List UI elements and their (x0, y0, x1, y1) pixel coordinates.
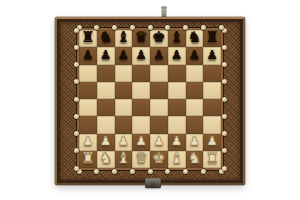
decorative-stud (222, 148, 227, 153)
piece-black-pawn: ♟ (100, 49, 111, 62)
decorative-stud (130, 25, 135, 30)
decorative-stud (222, 62, 227, 67)
decorative-stud (183, 25, 188, 30)
decorative-stud (201, 169, 206, 174)
piece-black-pawn: ♟ (153, 49, 164, 62)
square-c1[interactable]: ♝ (115, 151, 133, 168)
clasp-tab (150, 181, 156, 187)
square-g4[interactable] (186, 99, 204, 116)
square-h3[interactable] (203, 116, 221, 133)
piece-black-rook: ♜ (205, 30, 218, 45)
piece-white-pawn: ♟ (153, 135, 164, 148)
piece-white-knight: ♞ (99, 151, 112, 166)
square-f7[interactable]: ♟ (168, 47, 186, 64)
square-d3[interactable] (132, 116, 150, 133)
square-f3[interactable] (168, 116, 186, 133)
square-d5[interactable] (132, 82, 150, 99)
square-h5[interactable] (203, 82, 221, 99)
square-f1[interactable]: ♝ (168, 151, 186, 168)
decorative-stud (74, 131, 79, 136)
chess-box: ♜♞♝♛♚♝♞♜♟♟♟♟♟♟♟♟♟♟♟♟♟♟♟♟♜♞♝♛♚♝♞♜ (55, 17, 245, 185)
square-h1[interactable]: ♜ (203, 151, 221, 168)
piece-black-pawn: ♟ (136, 49, 147, 62)
piece-white-rook: ♜ (205, 151, 218, 166)
piece-black-pawn: ♟ (82, 49, 93, 62)
square-c6[interactable] (115, 65, 133, 82)
piece-white-bishop: ♝ (170, 151, 183, 166)
square-h6[interactable] (203, 65, 221, 82)
square-a8[interactable]: ♜ (79, 30, 97, 47)
square-a1[interactable]: ♜ (79, 151, 97, 168)
piece-black-bishop: ♝ (117, 30, 130, 45)
square-b3[interactable] (97, 116, 115, 133)
decorative-stud (74, 62, 79, 67)
piece-white-pawn: ♟ (118, 135, 129, 148)
square-d7[interactable]: ♟ (132, 47, 150, 64)
decorative-stud (112, 25, 117, 30)
clasp-latch (145, 178, 161, 188)
square-b5[interactable] (97, 82, 115, 99)
piece-white-pawn: ♟ (82, 135, 93, 148)
square-c3[interactable] (115, 116, 133, 133)
piece-white-pawn: ♟ (136, 135, 147, 148)
square-g8[interactable]: ♞ (186, 30, 204, 47)
square-g1[interactable]: ♞ (186, 151, 204, 168)
square-a3[interactable] (79, 116, 97, 133)
square-c4[interactable] (115, 99, 133, 116)
square-e4[interactable] (150, 99, 168, 116)
photo-background: ♜♞♝♛♚♝♞♜♟♟♟♟♟♟♟♟♟♟♟♟♟♟♟♟♜♞♝♛♚♝♞♜ (0, 0, 300, 200)
square-e1[interactable]: ♚ (150, 151, 168, 168)
square-b7[interactable]: ♟ (97, 47, 115, 64)
square-c8[interactable]: ♝ (115, 30, 133, 47)
square-a4[interactable] (79, 99, 97, 116)
piece-white-knight: ♞ (188, 151, 201, 166)
square-h7[interactable]: ♟ (203, 47, 221, 64)
square-e7[interactable]: ♟ (150, 47, 168, 64)
decorative-stud (219, 25, 224, 30)
decorative-stud (222, 131, 227, 136)
square-b1[interactable]: ♞ (97, 151, 115, 168)
decorative-stud (74, 97, 79, 102)
square-e6[interactable] (150, 65, 168, 82)
piece-black-bishop: ♝ (170, 30, 183, 45)
square-f8[interactable]: ♝ (168, 30, 186, 47)
piece-white-pawn: ♟ (100, 135, 111, 148)
decorative-stud (94, 25, 99, 30)
piece-white-queen: ♛ (134, 151, 147, 166)
board-groove: ♜♞♝♛♚♝♞♜♟♟♟♟♟♟♟♟♟♟♟♟♟♟♟♟♜♞♝♛♚♝♞♜ (76, 27, 224, 171)
decorative-stud (74, 45, 79, 50)
decorative-stud (74, 28, 79, 33)
square-e5[interactable] (150, 82, 168, 99)
board-ridge: ♜♞♝♛♚♝♞♜♟♟♟♟♟♟♟♟♟♟♟♟♟♟♟♟♜♞♝♛♚♝♞♜ (77, 28, 223, 170)
square-g5[interactable] (186, 82, 204, 99)
square-c5[interactable] (115, 82, 133, 99)
decorative-stud (183, 169, 188, 174)
piece-white-pawn: ♟ (171, 135, 182, 148)
decorative-stud (222, 114, 227, 119)
decorative-stud (74, 148, 79, 153)
decorative-stud (201, 25, 206, 30)
square-a7[interactable]: ♟ (79, 47, 97, 64)
piece-black-king: ♚ (152, 30, 165, 45)
piece-black-pawn: ♟ (171, 49, 182, 62)
decorative-stud (74, 166, 79, 171)
square-f5[interactable] (168, 82, 186, 99)
piece-white-pawn: ♟ (189, 135, 200, 148)
decorative-stud (94, 169, 99, 174)
decorative-stud (74, 79, 79, 84)
square-d1[interactable]: ♛ (132, 151, 150, 168)
square-f4[interactable] (168, 99, 186, 116)
frame-carved-band: ♜♞♝♛♚♝♞♜♟♟♟♟♟♟♟♟♟♟♟♟♟♟♟♟♜♞♝♛♚♝♞♜ (60, 22, 240, 180)
decorative-stud (130, 169, 135, 174)
square-d4[interactable] (132, 99, 150, 116)
square-g3[interactable] (186, 116, 204, 133)
square-h4[interactable] (203, 99, 221, 116)
piece-black-knight: ♞ (188, 30, 201, 45)
chess-board: ♜♞♝♛♚♝♞♜♟♟♟♟♟♟♟♟♟♟♟♟♟♟♟♟♜♞♝♛♚♝♞♜ (79, 30, 221, 168)
decorative-stud (74, 114, 79, 119)
piece-white-bishop: ♝ (117, 151, 130, 166)
piece-black-pawn: ♟ (207, 49, 218, 62)
square-e3[interactable] (150, 116, 168, 133)
square-a5[interactable] (79, 82, 97, 99)
square-b4[interactable] (97, 99, 115, 116)
square-b6[interactable] (97, 65, 115, 82)
square-c7[interactable]: ♟ (115, 47, 133, 64)
piece-white-pawn: ♟ (207, 135, 218, 148)
square-e8[interactable]: ♚ (150, 30, 168, 47)
square-b8[interactable]: ♞ (97, 30, 115, 47)
decorative-stud (165, 169, 170, 174)
square-g7[interactable]: ♟ (186, 47, 204, 64)
piece-black-rook: ♜ (81, 30, 94, 45)
decorative-stud (222, 97, 227, 102)
decorative-stud (112, 169, 117, 174)
piece-white-rook: ♜ (81, 151, 94, 166)
decorative-stud (165, 25, 170, 30)
square-g6[interactable] (186, 65, 204, 82)
decorative-stud (222, 45, 227, 50)
piece-black-pawn: ♟ (118, 49, 129, 62)
square-a6[interactable] (79, 65, 97, 82)
square-d8[interactable]: ♛ (132, 30, 150, 47)
piece-black-knight: ♞ (99, 30, 112, 45)
board-grid: ♜♞♝♛♚♝♞♜♟♟♟♟♟♟♟♟♟♟♟♟♟♟♟♟♜♞♝♛♚♝♞♜ (79, 30, 221, 168)
decorative-stud (148, 169, 153, 174)
piece-black-queen: ♛ (134, 30, 147, 45)
frame-dark-band: ♜♞♝♛♚♝♞♜♟♟♟♟♟♟♟♟♟♟♟♟♟♟♟♟♜♞♝♛♚♝♞♜ (57, 19, 243, 183)
square-h8[interactable]: ♜ (203, 30, 221, 47)
square-f6[interactable] (168, 65, 186, 82)
piece-white-king: ♚ (152, 151, 165, 166)
decorative-stud (222, 79, 227, 84)
decorative-stud (148, 25, 153, 30)
piece-black-pawn: ♟ (189, 49, 200, 62)
square-d6[interactable] (132, 65, 150, 82)
decorative-stud (222, 166, 227, 171)
